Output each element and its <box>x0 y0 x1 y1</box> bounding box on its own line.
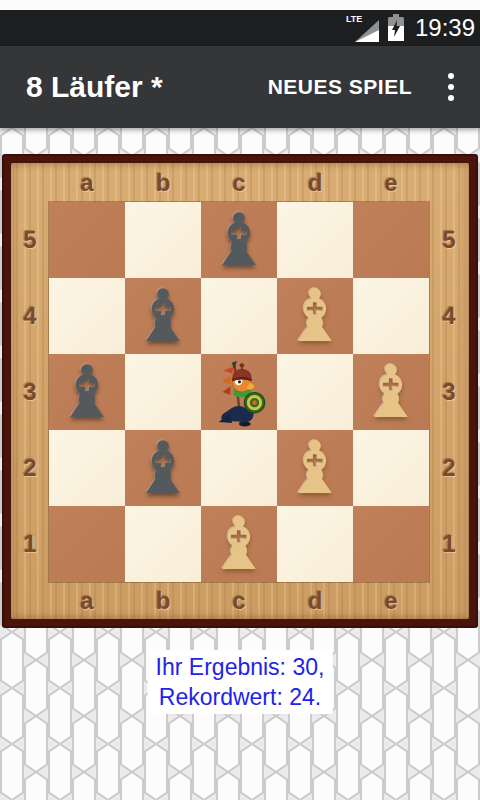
square-b3[interactable] <box>125 354 201 430</box>
coord-label: c <box>201 169 277 197</box>
square-c4[interactable] <box>201 278 277 354</box>
rank-labels-right: 54321 <box>429 202 469 582</box>
score-line: Ihr Ergebnis: 30, <box>156 652 325 682</box>
file-labels-top: abcde <box>49 163 429 202</box>
square-e2[interactable] <box>353 430 429 506</box>
coord-label: 2 <box>429 430 469 506</box>
coord-label: d <box>277 587 353 615</box>
square-d3[interactable] <box>277 354 353 430</box>
square-d4[interactable]: ♝ <box>277 278 353 354</box>
light-bishop[interactable]: ♝ <box>283 278 348 354</box>
square-a2[interactable] <box>49 430 125 506</box>
coord-label: 5 <box>429 202 469 278</box>
square-e4[interactable] <box>353 278 429 354</box>
record-line: Rekordwert: 24. <box>156 682 325 712</box>
square-c3[interactable] <box>201 354 277 430</box>
light-bishop[interactable]: ♝ <box>283 430 348 506</box>
square-e5[interactable] <box>353 202 429 278</box>
chess-board: abcde abcde 54321 54321 ♝♝♝♝ ♝♝♝♝ <box>2 154 478 628</box>
signal-icon <box>355 20 379 42</box>
coord-label: 1 <box>11 506 49 582</box>
dark-bishop[interactable]: ♝ <box>207 202 272 278</box>
screen-top-strip <box>0 0 480 10</box>
action-bar: 8 Läufer * NEUES SPIEL <box>0 46 480 128</box>
file-labels-bottom: abcde <box>49 582 429 619</box>
square-c2[interactable] <box>201 430 277 506</box>
square-b5[interactable] <box>125 202 201 278</box>
coord-label: 1 <box>429 506 469 582</box>
rank-labels-left: 54321 <box>11 202 49 582</box>
overflow-menu-icon[interactable] <box>442 73 460 101</box>
coord-label: e <box>353 169 429 197</box>
square-d2[interactable]: ♝ <box>277 430 353 506</box>
square-a3[interactable]: ♝ <box>49 354 125 430</box>
new-game-button[interactable]: NEUES SPIEL <box>264 69 416 105</box>
cell-signal: LTE <box>346 13 379 43</box>
coord-label: b <box>125 169 201 197</box>
light-bishop[interactable]: ♝ <box>207 506 272 582</box>
dark-bishop[interactable]: ♝ <box>131 430 196 506</box>
coord-label: c <box>201 587 277 615</box>
square-d1[interactable] <box>277 506 353 582</box>
page-title: 8 Läufer * <box>26 70 163 104</box>
square-d5[interactable] <box>277 202 353 278</box>
square-c1[interactable]: ♝ <box>201 506 277 582</box>
battery-charging-icon <box>387 14 405 42</box>
square-c5[interactable]: ♝ <box>201 202 277 278</box>
light-bishop[interactable]: ♝ <box>359 354 424 430</box>
dark-bishop[interactable]: ♝ <box>55 354 120 430</box>
coord-label: 5 <box>11 202 49 278</box>
dark-bishop[interactable]: ♝ <box>131 278 196 354</box>
coord-label: 4 <box>429 278 469 354</box>
coord-label: a <box>49 169 125 197</box>
coord-label: d <box>277 169 353 197</box>
square-a4[interactable] <box>49 278 125 354</box>
coord-label: a <box>49 587 125 615</box>
coord-label: 4 <box>11 278 49 354</box>
square-b2[interactable]: ♝ <box>125 430 201 506</box>
status-bar: LTE 19:39 <box>0 10 480 46</box>
coord-label: b <box>125 587 201 615</box>
clock: 19:39 <box>415 14 475 42</box>
square-b4[interactable]: ♝ <box>125 278 201 354</box>
coord-label: 3 <box>429 354 469 430</box>
square-e1[interactable] <box>353 506 429 582</box>
square-b1[interactable] <box>125 506 201 582</box>
square-a1[interactable] <box>49 506 125 582</box>
coord-label: 3 <box>11 354 49 430</box>
jester-piece[interactable] <box>208 357 270 427</box>
score-panel: Ihr Ergebnis: 30, Rekordwert: 24. <box>148 650 333 714</box>
coord-label: e <box>353 587 429 615</box>
coord-label: 2 <box>11 430 49 506</box>
board-grid: ♝♝♝♝ ♝♝♝♝ <box>49 202 429 582</box>
square-a5[interactable] <box>49 202 125 278</box>
board-wood-frame: abcde abcde 54321 54321 ♝♝♝♝ ♝♝♝♝ <box>11 163 469 619</box>
square-e3[interactable]: ♝ <box>353 354 429 430</box>
